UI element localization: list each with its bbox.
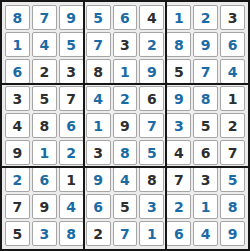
cell-r8c6[interactable]: 3 bbox=[139, 194, 164, 219]
cell-r9c1[interactable]: 5 bbox=[5, 221, 30, 246]
cell-r7c5[interactable]: 4 bbox=[113, 167, 138, 192]
cell-r4c1[interactable]: 3 bbox=[5, 86, 30, 111]
cell-r8c7[interactable]: 2 bbox=[166, 194, 191, 219]
cell-r6c6[interactable]: 5 bbox=[139, 140, 164, 165]
cell-r1c2[interactable]: 7 bbox=[32, 5, 57, 30]
cell-r4c2[interactable]: 5 bbox=[32, 86, 57, 111]
cell-r1c5[interactable]: 6 bbox=[113, 5, 138, 30]
cell-r8c9[interactable]: 8 bbox=[220, 194, 245, 219]
cell-r9c9[interactable]: 9 bbox=[220, 221, 245, 246]
cell-r2c9[interactable]: 6 bbox=[220, 32, 245, 57]
cell-r6c8[interactable]: 6 bbox=[193, 140, 218, 165]
cell-r6c4[interactable]: 3 bbox=[86, 140, 111, 165]
cell-r9c3[interactable]: 8 bbox=[59, 221, 84, 246]
cell-r3c9[interactable]: 4 bbox=[220, 59, 245, 84]
cell-r9c6[interactable]: 1 bbox=[139, 221, 164, 246]
cell-r5c6[interactable]: 7 bbox=[139, 113, 164, 138]
cell-r2c6[interactable]: 2 bbox=[139, 32, 164, 57]
cell-r7c3[interactable]: 1 bbox=[59, 167, 84, 192]
cell-r5c9[interactable]: 2 bbox=[220, 113, 245, 138]
cell-r2c4[interactable]: 7 bbox=[86, 32, 111, 57]
cell-r3c1[interactable]: 6 bbox=[5, 59, 30, 84]
cell-r7c8[interactable]: 3 bbox=[193, 167, 218, 192]
cell-r6c7[interactable]: 4 bbox=[166, 140, 191, 165]
cell-r5c5[interactable]: 9 bbox=[113, 113, 138, 138]
cell-r4c7[interactable]: 9 bbox=[166, 86, 191, 111]
cell-r8c1[interactable]: 7 bbox=[5, 194, 30, 219]
cell-r4c5[interactable]: 2 bbox=[113, 86, 138, 111]
box-divider-vertical-1 bbox=[83, 2, 85, 249]
cell-r8c3[interactable]: 4 bbox=[59, 194, 84, 219]
cell-r1c4[interactable]: 5 bbox=[86, 5, 111, 30]
cell-r6c1[interactable]: 9 bbox=[5, 140, 30, 165]
cell-r5c4[interactable]: 1 bbox=[86, 113, 111, 138]
cell-r6c2[interactable]: 1 bbox=[32, 140, 57, 165]
cell-r1c9[interactable]: 3 bbox=[220, 5, 245, 30]
cell-r2c2[interactable]: 4 bbox=[32, 32, 57, 57]
cell-r3c7[interactable]: 5 bbox=[166, 59, 191, 84]
box-divider-vertical-2 bbox=[165, 2, 167, 249]
cell-r1c8[interactable]: 2 bbox=[193, 5, 218, 30]
cell-r1c1[interactable]: 8 bbox=[5, 5, 30, 30]
cell-r5c8[interactable]: 5 bbox=[193, 113, 218, 138]
box-divider-horizontal-2 bbox=[2, 166, 248, 168]
cell-r2c8[interactable]: 9 bbox=[193, 32, 218, 57]
cell-r2c3[interactable]: 5 bbox=[59, 32, 84, 57]
cell-r7c1[interactable]: 2 bbox=[5, 167, 30, 192]
cell-r4c8[interactable]: 8 bbox=[193, 86, 218, 111]
cell-r5c1[interactable]: 4 bbox=[5, 113, 30, 138]
cell-r6c9[interactable]: 7 bbox=[220, 140, 245, 165]
cell-r9c4[interactable]: 2 bbox=[86, 221, 111, 246]
cell-r5c7[interactable]: 3 bbox=[166, 113, 191, 138]
cell-r6c5[interactable]: 8 bbox=[113, 140, 138, 165]
cell-r3c5[interactable]: 1 bbox=[113, 59, 138, 84]
cell-r4c6[interactable]: 6 bbox=[139, 86, 164, 111]
cell-r1c7[interactable]: 1 bbox=[166, 5, 191, 30]
cell-r3c4[interactable]: 8 bbox=[86, 59, 111, 84]
cell-r2c7[interactable]: 8 bbox=[166, 32, 191, 57]
cell-r4c3[interactable]: 7 bbox=[59, 86, 84, 111]
cell-r3c6[interactable]: 9 bbox=[139, 59, 164, 84]
cell-r7c4[interactable]: 9 bbox=[86, 167, 111, 192]
cell-r2c5[interactable]: 3 bbox=[113, 32, 138, 57]
cell-r4c9[interactable]: 1 bbox=[220, 86, 245, 111]
cell-r7c2[interactable]: 6 bbox=[32, 167, 57, 192]
cell-r7c9[interactable]: 5 bbox=[220, 167, 245, 192]
cell-r8c2[interactable]: 9 bbox=[32, 194, 57, 219]
cell-r8c5[interactable]: 5 bbox=[113, 194, 138, 219]
sudoku-board: 8795641231457328966238195743574269814861… bbox=[0, 0, 250, 251]
cell-r9c5[interactable]: 7 bbox=[113, 221, 138, 246]
cell-r4c4[interactable]: 4 bbox=[86, 86, 111, 111]
cell-r1c6[interactable]: 4 bbox=[139, 5, 164, 30]
cell-r7c6[interactable]: 8 bbox=[139, 167, 164, 192]
cell-r3c8[interactable]: 7 bbox=[193, 59, 218, 84]
cell-r9c8[interactable]: 4 bbox=[193, 221, 218, 246]
cell-r8c8[interactable]: 1 bbox=[193, 194, 218, 219]
cell-r3c2[interactable]: 2 bbox=[32, 59, 57, 84]
cell-r7c7[interactable]: 7 bbox=[166, 167, 191, 192]
box-divider-horizontal-1 bbox=[2, 83, 248, 85]
cell-r5c2[interactable]: 8 bbox=[32, 113, 57, 138]
cell-r8c4[interactable]: 6 bbox=[86, 194, 111, 219]
cell-r2c1[interactable]: 1 bbox=[5, 32, 30, 57]
cell-r3c3[interactable]: 3 bbox=[59, 59, 84, 84]
cell-r9c7[interactable]: 6 bbox=[166, 221, 191, 246]
cell-r5c3[interactable]: 6 bbox=[59, 113, 84, 138]
cell-r6c3[interactable]: 2 bbox=[59, 140, 84, 165]
cell-r1c3[interactable]: 9 bbox=[59, 5, 84, 30]
cell-r9c2[interactable]: 3 bbox=[32, 221, 57, 246]
